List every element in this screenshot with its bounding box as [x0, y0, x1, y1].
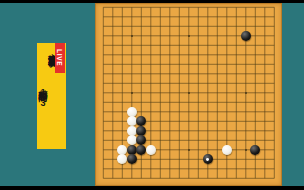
white-stone	[117, 154, 127, 164]
star-point	[131, 92, 133, 94]
black-stone	[127, 154, 137, 164]
banner: 交流群棋友比赛 精彩瞬间13 LIVE	[37, 43, 66, 149]
white-stone	[127, 107, 137, 117]
black-stone	[241, 31, 251, 41]
black-stone	[127, 145, 137, 155]
letterbox-bottom-bar	[0, 186, 304, 190]
board-grid	[99, 3, 280, 184]
white-stone	[127, 116, 137, 126]
last-move-marker-icon	[206, 158, 209, 161]
star-point	[245, 149, 247, 151]
star-point	[245, 92, 247, 94]
live-label: LIVE	[56, 49, 63, 66]
star-point	[188, 92, 190, 94]
star-point	[131, 35, 133, 37]
star-point	[188, 35, 190, 37]
go-board	[95, 3, 282, 186]
black-stone	[136, 135, 146, 145]
white-stone	[127, 135, 137, 145]
black-stone	[136, 126, 146, 136]
star-point	[188, 149, 190, 151]
black-stone	[250, 145, 260, 155]
banner-title-secondary: 精彩瞬间13	[37, 83, 47, 109]
screen: 交流群棋友比赛 精彩瞬间13 LIVE	[0, 0, 304, 190]
letterbox-top-bar	[0, 0, 304, 3]
white-stone	[117, 145, 127, 155]
white-stone	[127, 126, 137, 136]
live-badge: LIVE	[55, 43, 66, 73]
black-stone	[136, 116, 146, 126]
white-stone	[222, 145, 232, 155]
white-stone	[146, 145, 156, 155]
black-stone	[136, 145, 146, 155]
black-stone	[203, 154, 213, 164]
